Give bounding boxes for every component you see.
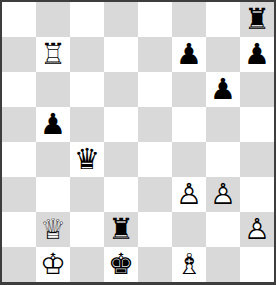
black-king: ♚ (104, 247, 138, 282)
square-b8[interactable] (36, 2, 70, 37)
black-pawn: ♟ (36, 107, 70, 142)
square-d2[interactable]: ♜ (104, 212, 138, 247)
square-g1[interactable] (206, 247, 240, 282)
chess-board-frame: ♜♜♖♟♟♟♟♛♟♙♟♙♛♕♜♟♙♚♔♚♝♗ (0, 0, 276, 285)
square-a2[interactable] (2, 212, 36, 247)
square-g7[interactable] (206, 37, 240, 72)
square-c8[interactable] (70, 2, 104, 37)
square-e8[interactable] (138, 2, 172, 37)
square-e6[interactable] (138, 72, 172, 107)
black-rook: ♜ (240, 2, 274, 37)
square-a6[interactable] (2, 72, 36, 107)
square-f8[interactable] (172, 2, 206, 37)
square-g6[interactable]: ♟ (206, 72, 240, 107)
square-d4[interactable] (104, 142, 138, 177)
square-f2[interactable] (172, 212, 206, 247)
white-queen: ♛♕ (36, 212, 70, 247)
square-g5[interactable] (206, 107, 240, 142)
black-rook: ♜ (104, 212, 138, 247)
square-a1[interactable] (2, 247, 36, 282)
square-d6[interactable] (104, 72, 138, 107)
square-f1[interactable]: ♝♗ (172, 247, 206, 282)
square-b2[interactable]: ♛♕ (36, 212, 70, 247)
square-b5[interactable]: ♟ (36, 107, 70, 142)
square-h4[interactable] (240, 142, 274, 177)
square-b3[interactable] (36, 177, 70, 212)
square-a3[interactable] (2, 177, 36, 212)
square-e5[interactable] (138, 107, 172, 142)
black-pawn: ♟ (172, 37, 206, 72)
square-b4[interactable] (36, 142, 70, 177)
white-pawn: ♟♙ (206, 177, 240, 212)
black-pawn: ♟ (206, 72, 240, 107)
white-king: ♚♔ (36, 247, 70, 282)
square-h7[interactable]: ♟ (240, 37, 274, 72)
square-b7[interactable]: ♜♖ (36, 37, 70, 72)
square-c5[interactable] (70, 107, 104, 142)
square-a8[interactable] (2, 2, 36, 37)
square-c2[interactable] (70, 212, 104, 247)
square-e1[interactable] (138, 247, 172, 282)
white-pawn: ♟♙ (240, 212, 274, 247)
square-c7[interactable] (70, 37, 104, 72)
square-g8[interactable] (206, 2, 240, 37)
square-e3[interactable] (138, 177, 172, 212)
square-h6[interactable] (240, 72, 274, 107)
square-d5[interactable] (104, 107, 138, 142)
square-b6[interactable] (36, 72, 70, 107)
square-b1[interactable]: ♚♔ (36, 247, 70, 282)
square-c1[interactable] (70, 247, 104, 282)
square-h8[interactable]: ♜ (240, 2, 274, 37)
square-d1[interactable]: ♚ (104, 247, 138, 282)
white-bishop: ♝♗ (172, 247, 206, 282)
square-d3[interactable] (104, 177, 138, 212)
square-h3[interactable] (240, 177, 274, 212)
chess-board: ♜♜♖♟♟♟♟♛♟♙♟♙♛♕♜♟♙♚♔♚♝♗ (2, 2, 274, 282)
square-f5[interactable] (172, 107, 206, 142)
square-h2[interactable]: ♟♙ (240, 212, 274, 247)
square-d8[interactable] (104, 2, 138, 37)
square-g3[interactable]: ♟♙ (206, 177, 240, 212)
black-pawn: ♟ (240, 37, 274, 72)
square-f6[interactable] (172, 72, 206, 107)
white-rook: ♜♖ (36, 37, 70, 72)
square-d7[interactable] (104, 37, 138, 72)
square-a5[interactable] (2, 107, 36, 142)
square-f4[interactable] (172, 142, 206, 177)
square-h5[interactable] (240, 107, 274, 142)
square-c3[interactable] (70, 177, 104, 212)
square-f3[interactable]: ♟♙ (172, 177, 206, 212)
square-c4[interactable]: ♛ (70, 142, 104, 177)
square-h1[interactable] (240, 247, 274, 282)
square-e2[interactable] (138, 212, 172, 247)
square-g2[interactable] (206, 212, 240, 247)
square-e4[interactable] (138, 142, 172, 177)
square-e7[interactable] (138, 37, 172, 72)
square-a4[interactable] (2, 142, 36, 177)
square-f7[interactable]: ♟ (172, 37, 206, 72)
square-g4[interactable] (206, 142, 240, 177)
square-c6[interactable] (70, 72, 104, 107)
square-a7[interactable] (2, 37, 36, 72)
white-pawn: ♟♙ (172, 177, 206, 212)
black-queen: ♛ (70, 142, 104, 177)
